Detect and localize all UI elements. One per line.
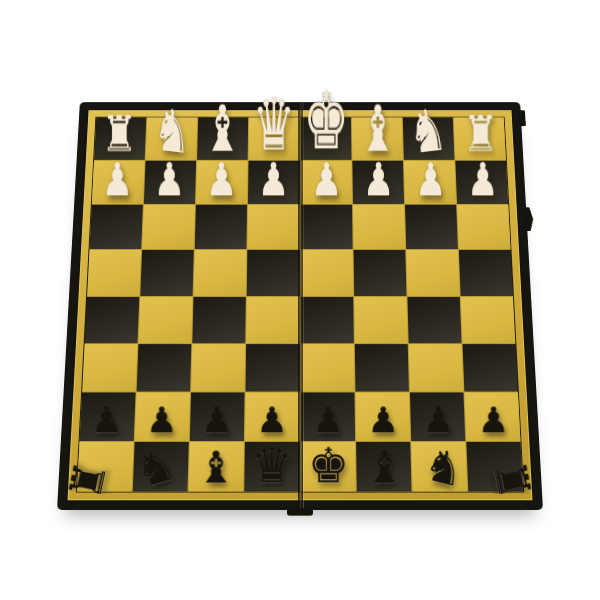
square-h5[interactable] [461,296,516,342]
square-c8[interactable]: ♝ [189,442,245,492]
piece-black-pawn[interactable]: ♟ [300,403,354,438]
square-c2[interactable]: ♟ [196,161,248,204]
square-h4[interactable] [459,250,513,295]
square-d3[interactable] [248,205,300,249]
piece-black-pawn[interactable]: ♟ [79,403,133,438]
square-d6[interactable] [246,344,300,392]
square-e6[interactable] [300,344,354,392]
square-f3[interactable] [353,205,405,249]
piece-white-pawn[interactable]: ♟ [144,157,195,203]
square-h3[interactable] [457,205,511,249]
square-c6[interactable] [191,344,245,392]
square-f5[interactable] [354,296,408,342]
square-e8[interactable]: ♚ [300,442,355,492]
square-a8[interactable]: ♜ [77,442,134,492]
hinge-tab-icon [521,207,534,231]
square-d8[interactable]: ♛ [245,442,300,492]
piece-black-knight[interactable]: ♞ [412,439,476,496]
square-g3[interactable] [405,205,458,249]
square-c7[interactable]: ♟ [190,392,245,441]
piece-white-rook[interactable]: ♜ [455,109,506,158]
piece-white-pawn[interactable]: ♟ [92,157,143,203]
square-b3[interactable] [142,205,195,249]
piece-black-pawn[interactable]: ♟ [245,403,299,438]
square-e2[interactable]: ♟ [300,161,351,204]
piece-black-pawn[interactable]: ♟ [466,403,520,438]
square-h6[interactable] [462,344,517,392]
square-d2[interactable]: ♟ [248,161,299,204]
board-perspective-wrapper: ♜♞♝♛♚♝♞♜♟♟♟♟♟♟♟♟♟♟♟♟♟♟♟♟♜♞♝♛♚♝♞♜ [57,48,543,510]
piece-white-pawn[interactable]: ♟ [457,157,508,203]
hinge-tab-icon [517,110,526,126]
square-d5[interactable] [247,296,300,342]
piece-white-pawn[interactable]: ♟ [300,157,351,203]
square-h7[interactable]: ♟ [464,392,520,441]
square-b6[interactable] [137,344,192,392]
piece-white-rook[interactable]: ♜ [94,109,145,158]
square-c4[interactable] [194,250,247,295]
piece-black-pawn[interactable]: ♟ [135,403,189,438]
square-b8[interactable]: ♞ [133,442,189,492]
piece-black-bishop[interactable]: ♝ [356,445,411,489]
piece-black-queen[interactable]: ♛ [245,441,300,489]
square-f7[interactable]: ♟ [355,392,410,441]
piece-white-king[interactable]: ♚ [300,81,351,161]
piece-black-rook[interactable]: ♜ [485,449,539,512]
piece-black-pawn[interactable]: ♟ [411,403,465,438]
square-c3[interactable] [195,205,247,249]
clasp-icon [287,508,313,516]
square-g8[interactable]: ♞ [411,442,467,492]
square-h8[interactable]: ♜ [466,442,523,492]
square-f2[interactable]: ♟ [352,161,404,204]
square-e5[interactable] [300,296,353,342]
square-a2[interactable]: ♟ [92,161,145,204]
piece-white-bishop[interactable]: ♝ [352,96,403,160]
piece-black-pawn[interactable]: ♟ [190,403,244,438]
chess-board: ♜♞♝♛♚♝♞♜♟♟♟♟♟♟♟♟♟♟♟♟♟♟♟♟♜♞♝♛♚♝♞♜ [57,102,543,510]
square-a5[interactable] [85,296,140,342]
square-f4[interactable] [353,250,406,295]
photo-canvas: ♜♞♝♛♚♝♞♜♟♟♟♟♟♟♟♟♟♟♟♟♟♟♟♟♜♞♝♛♚♝♞♜ [0,0,600,600]
square-e3[interactable] [300,205,352,249]
square-f8[interactable]: ♝ [356,442,412,492]
square-g4[interactable] [406,250,460,295]
square-g2[interactable]: ♟ [404,161,456,204]
piece-white-pawn[interactable]: ♟ [405,157,456,203]
square-e7[interactable]: ♟ [300,392,354,441]
square-b2[interactable]: ♟ [144,161,196,204]
square-h2[interactable]: ♟ [455,161,508,204]
square-a3[interactable] [89,205,143,249]
piece-white-pawn[interactable]: ♟ [196,157,247,203]
square-a7[interactable]: ♟ [80,392,136,441]
square-c5[interactable] [193,296,247,342]
square-b7[interactable]: ♟ [135,392,191,441]
piece-white-queen[interactable]: ♛ [249,89,300,161]
piece-black-rook[interactable]: ♜ [61,449,115,512]
square-b4[interactable] [140,250,194,295]
square-a6[interactable] [82,344,137,392]
square-f6[interactable] [354,344,408,392]
piece-white-pawn[interactable]: ♟ [248,157,299,203]
square-a4[interactable] [87,250,141,295]
square-d4[interactable] [247,250,299,295]
piece-black-king[interactable]: ♚ [300,441,355,489]
square-b5[interactable] [139,296,193,342]
square-g7[interactable]: ♟ [410,392,466,441]
piece-black-knight[interactable]: ♞ [123,438,188,496]
piece-white-pawn[interactable]: ♟ [353,157,404,203]
square-e4[interactable] [300,250,352,295]
square-g5[interactable] [407,296,461,342]
piece-white-bishop[interactable]: ♝ [197,96,248,160]
piece-black-pawn[interactable]: ♟ [356,403,410,438]
square-d7[interactable]: ♟ [245,392,299,441]
square-g6[interactable] [408,344,463,392]
piece-black-bishop[interactable]: ♝ [189,445,244,489]
